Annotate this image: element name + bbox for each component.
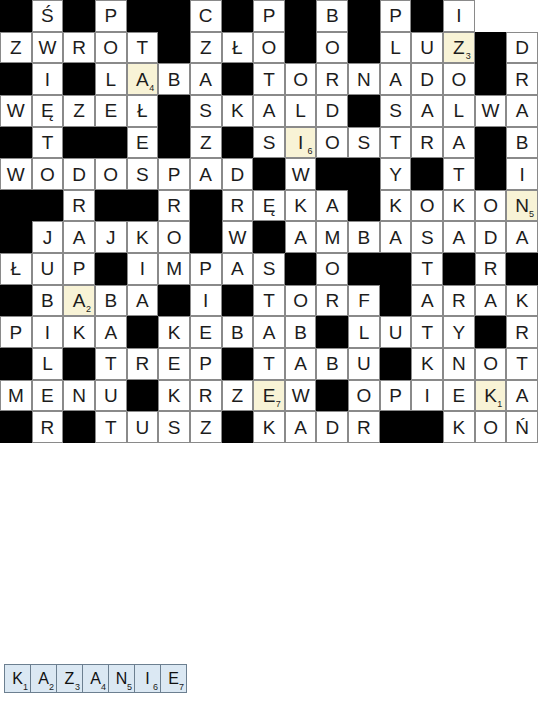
grid-cell[interactable]: R	[316, 285, 348, 317]
grid-cell[interactable]: K	[158, 316, 190, 348]
grid-cell[interactable]: R	[222, 190, 254, 222]
grid-cell[interactable]: T	[411, 253, 443, 285]
grid-cell[interactable]: R	[506, 316, 538, 348]
grid-cell[interactable]: A	[316, 190, 348, 222]
grid-cell[interactable]: Ń	[506, 411, 538, 443]
grid-cell[interactable]: W	[285, 158, 317, 190]
black-cell	[348, 190, 380, 222]
black-cell	[222, 127, 254, 159]
grid-cell[interactable]: Ł	[127, 95, 159, 127]
black-cell	[348, 158, 380, 190]
black-cell	[411, 0, 443, 32]
grid-cell[interactable]: E	[32, 380, 64, 412]
grid-cell[interactable]: M	[316, 221, 348, 253]
grid-cell[interactable]: K	[222, 95, 254, 127]
grid-cell[interactable]: P	[380, 380, 412, 412]
cell-number: 4	[149, 84, 154, 93]
grid-cell[interactable]: J	[32, 221, 64, 253]
grid-cell[interactable]: M	[0, 380, 32, 412]
grid-cell[interactable]: T	[253, 63, 285, 95]
black-cell	[222, 0, 254, 32]
black-cell	[253, 221, 285, 253]
grid-cell[interactable]: A	[443, 127, 475, 159]
grid-cell[interactable]: I	[32, 316, 64, 348]
grid-cell[interactable]: A	[506, 95, 538, 127]
grid-cell[interactable]: Ę	[253, 190, 285, 222]
grid-cell[interactable]: R	[348, 411, 380, 443]
grid-cell[interactable]: I	[443, 0, 475, 32]
grid-cell[interactable]: E	[95, 95, 127, 127]
grid-cell[interactable]: T	[443, 158, 475, 190]
black-cell	[380, 348, 412, 380]
grid-cell[interactable]: O	[285, 285, 317, 317]
grid-cell[interactable]: O	[95, 32, 127, 64]
black-cell	[0, 221, 32, 253]
black-cell	[506, 253, 538, 285]
grid-cell[interactable]: S	[127, 158, 159, 190]
grid-cell[interactable]: R	[158, 190, 190, 222]
grid-cell[interactable]: O	[411, 190, 443, 222]
grid-cell[interactable]: T	[95, 411, 127, 443]
grid-cell[interactable]: U	[348, 348, 380, 380]
grid-cell[interactable]: R	[63, 32, 95, 64]
grid-cell[interactable]: T	[127, 32, 159, 64]
grid-cell[interactable]: A	[222, 253, 254, 285]
black-cell	[0, 63, 32, 95]
grid-cell[interactable]: W	[32, 32, 64, 64]
black-cell	[158, 127, 190, 159]
grid-cell[interactable]: I	[411, 380, 443, 412]
grid-cell[interactable]: A	[253, 95, 285, 127]
grid-cell[interactable]: E	[127, 127, 159, 159]
grid-cell[interactable]: A	[127, 285, 159, 317]
grid-cell[interactable]: U	[127, 411, 159, 443]
solution-tile: I6	[134, 664, 161, 693]
grid-cell[interactable]: O	[443, 63, 475, 95]
grid-cell[interactable]: D	[411, 63, 443, 95]
black-cell	[475, 127, 507, 159]
grid-cell[interactable]: P	[380, 0, 412, 32]
black-cell	[348, 32, 380, 64]
black-cell	[158, 0, 190, 32]
grid-cell[interactable]: K	[380, 190, 412, 222]
black-cell	[127, 380, 159, 412]
grid-cell[interactable]: O	[316, 32, 348, 64]
grid-cell[interactable]: Z	[190, 127, 222, 159]
black-cell	[32, 190, 64, 222]
grid-cell[interactable]: B	[316, 348, 348, 380]
grid-cell[interactable]: A	[443, 221, 475, 253]
grid-cell[interactable]: L	[443, 95, 475, 127]
grid-cell[interactable]: O	[285, 63, 317, 95]
grid-cell[interactable]: A	[475, 285, 507, 317]
cell-number: 2	[86, 305, 91, 314]
grid-cell[interactable]: A	[190, 63, 222, 95]
crossword-grid: ŚPCPBPIZWROTZŁOOLUZ3DILA4BATORNADORWĘZEŁ…	[0, 0, 538, 443]
black-cell	[380, 285, 412, 317]
grid-cell[interactable]: R	[32, 411, 64, 443]
grid-cell[interactable]: P	[190, 348, 222, 380]
crossword-page: ŚPCPBPIZWROTZŁOOLUZ3DILA4BATORNADORWĘZEŁ…	[0, 0, 538, 702]
grid-cell[interactable]: B	[222, 316, 254, 348]
black-cell	[285, 32, 317, 64]
grid-cell[interactable]: F	[348, 285, 380, 317]
empty-cell	[506, 0, 538, 32]
grid-cell[interactable]: K	[253, 411, 285, 443]
solution-tile-number: 4	[101, 682, 106, 692]
black-cell	[285, 253, 317, 285]
grid-cell[interactable]: A	[380, 221, 412, 253]
grid-cell[interactable]: A	[253, 316, 285, 348]
black-cell	[443, 253, 475, 285]
grid-cell[interactable]: D	[316, 95, 348, 127]
grid-cell[interactable]: Z	[63, 95, 95, 127]
grid-cell[interactable]: A	[285, 221, 317, 253]
solution-tile-number: 5	[127, 682, 132, 692]
black-cell	[158, 285, 190, 317]
grid-cell[interactable]: P	[63, 253, 95, 285]
black-cell	[475, 63, 507, 95]
grid-cell[interactable]: S	[253, 127, 285, 159]
grid-cell[interactable]: O	[32, 158, 64, 190]
grid-cell[interactable]: W	[0, 158, 32, 190]
black-cell	[348, 0, 380, 32]
grid-cell[interactable]: Y	[443, 316, 475, 348]
solution-tile-number: 7	[179, 682, 184, 692]
grid-cell[interactable]: R	[506, 63, 538, 95]
grid-cell[interactable]: W	[222, 221, 254, 253]
grid-cell[interactable]: S	[253, 253, 285, 285]
black-cell	[127, 316, 159, 348]
black-cell	[316, 380, 348, 412]
grid-cell[interactable]: L	[348, 316, 380, 348]
grid-cell[interactable]: T	[380, 127, 412, 159]
grid-cell[interactable]: B	[95, 285, 127, 317]
grid-cell[interactable]: T	[253, 285, 285, 317]
numbered-cell[interactable]: A2	[63, 285, 95, 317]
black-cell	[63, 0, 95, 32]
grid-cell[interactable]: K	[443, 190, 475, 222]
black-cell	[285, 0, 317, 32]
grid-cell[interactable]: D	[222, 158, 254, 190]
grid-cell[interactable]: O	[316, 127, 348, 159]
numbered-cell[interactable]: Z3	[443, 32, 475, 64]
grid-cell[interactable]: T	[506, 348, 538, 380]
grid-cell[interactable]: T	[32, 127, 64, 159]
grid-cell[interactable]: N	[443, 348, 475, 380]
numbered-cell[interactable]: I6	[285, 127, 317, 159]
black-cell	[380, 253, 412, 285]
black-cell	[0, 411, 32, 443]
grid-cell[interactable]: B	[32, 285, 64, 317]
grid-cell[interactable]: O	[158, 221, 190, 253]
black-cell	[190, 190, 222, 222]
grid-cell[interactable]: R	[127, 348, 159, 380]
empty-cell	[475, 0, 507, 32]
numbered-cell[interactable]: N5	[506, 190, 538, 222]
grid-cell[interactable]: K	[127, 221, 159, 253]
grid-cell[interactable]: R	[411, 127, 443, 159]
black-cell	[316, 158, 348, 190]
black-cell	[222, 63, 254, 95]
grid-cell[interactable]: Ł	[0, 253, 32, 285]
grid-cell[interactable]: A	[380, 63, 412, 95]
grid-cell[interactable]: E	[443, 380, 475, 412]
grid-cell[interactable]: B	[348, 221, 380, 253]
grid-cell[interactable]: A	[411, 95, 443, 127]
black-cell	[63, 127, 95, 159]
grid-cell[interactable]: L	[380, 32, 412, 64]
grid-cell[interactable]: T	[253, 348, 285, 380]
grid-cell[interactable]: U	[95, 380, 127, 412]
black-cell	[0, 190, 32, 222]
grid-cell[interactable]: E	[158, 348, 190, 380]
black-cell	[222, 285, 254, 317]
black-cell	[380, 411, 412, 443]
solution-tile: E7	[160, 664, 187, 693]
black-cell	[316, 316, 348, 348]
cell-number: 7	[276, 400, 281, 409]
black-cell	[411, 158, 443, 190]
solution-tile: A2	[30, 664, 57, 693]
black-cell	[158, 32, 190, 64]
grid-cell[interactable]: K	[443, 411, 475, 443]
black-cell	[475, 316, 507, 348]
grid-cell[interactable]: S	[190, 95, 222, 127]
black-cell	[0, 127, 32, 159]
black-cell	[63, 63, 95, 95]
grid-cell[interactable]: Z	[190, 411, 222, 443]
grid-cell[interactable]: B	[158, 63, 190, 95]
grid-cell[interactable]: Ł	[222, 32, 254, 64]
grid-cell[interactable]: W	[475, 95, 507, 127]
black-cell	[0, 0, 32, 32]
grid-cell[interactable]: A	[411, 285, 443, 317]
grid-cell[interactable]: K	[411, 348, 443, 380]
solution-tile-number: 6	[153, 682, 158, 692]
grid-cell[interactable]: U	[411, 32, 443, 64]
grid-cell[interactable]: A	[63, 221, 95, 253]
grid-cell[interactable]: I	[127, 253, 159, 285]
black-cell	[222, 348, 254, 380]
grid-cell[interactable]: L	[32, 348, 64, 380]
grid-cell[interactable]: W	[0, 95, 32, 127]
black-cell	[95, 127, 127, 159]
cell-number: 6	[307, 147, 312, 156]
solution-tile-number: 1	[23, 682, 28, 692]
cell-number: 3	[466, 52, 471, 61]
grid-cell[interactable]: O	[95, 158, 127, 190]
black-cell	[95, 190, 127, 222]
grid-cell[interactable]: J	[95, 221, 127, 253]
grid-cell[interactable]: W	[285, 380, 317, 412]
grid-cell[interactable]: O	[475, 190, 507, 222]
grid-cell[interactable]: O	[475, 348, 507, 380]
grid-cell[interactable]: I	[190, 285, 222, 317]
grid-cell[interactable]: S	[380, 95, 412, 127]
grid-cell[interactable]: B	[316, 0, 348, 32]
grid-cell[interactable]: I	[32, 63, 64, 95]
black-cell	[190, 221, 222, 253]
grid-cell[interactable]: Ę	[32, 95, 64, 127]
grid-cell[interactable]: N	[348, 63, 380, 95]
grid-cell[interactable]: A	[285, 411, 317, 443]
cell-number: 1	[497, 400, 502, 409]
grid-cell[interactable]: O	[348, 380, 380, 412]
black-cell	[253, 158, 285, 190]
grid-cell[interactable]: D	[63, 158, 95, 190]
grid-cell[interactable]: R	[63, 190, 95, 222]
black-cell	[475, 158, 507, 190]
numbered-cell[interactable]: E7	[253, 380, 285, 412]
grid-cell[interactable]: O	[475, 411, 507, 443]
grid-cell[interactable]: D	[506, 32, 538, 64]
grid-cell[interactable]: R	[190, 380, 222, 412]
grid-cell[interactable]: Z	[0, 32, 32, 64]
grid-cell[interactable]: K	[158, 380, 190, 412]
grid-cell[interactable]: A	[190, 158, 222, 190]
grid-cell[interactable]: T	[95, 348, 127, 380]
grid-cell[interactable]: D	[475, 221, 507, 253]
black-cell	[63, 411, 95, 443]
numbered-cell[interactable]: K1	[475, 380, 507, 412]
grid-cell[interactable]: U	[32, 253, 64, 285]
grid-cell[interactable]: S	[411, 221, 443, 253]
grid-cell[interactable]: M	[158, 253, 190, 285]
black-cell	[127, 190, 159, 222]
black-cell	[222, 411, 254, 443]
grid-cell[interactable]: B	[506, 127, 538, 159]
numbered-cell[interactable]: A4	[127, 63, 159, 95]
black-cell	[158, 95, 190, 127]
black-cell	[475, 32, 507, 64]
cell-number: 5	[529, 210, 534, 219]
black-cell	[348, 95, 380, 127]
grid-cell[interactable]: Z	[190, 32, 222, 64]
grid-cell[interactable]: Ś	[32, 0, 64, 32]
grid-cell[interactable]: E	[190, 316, 222, 348]
grid-cell[interactable]: K	[63, 316, 95, 348]
solution-tile-number: 2	[49, 682, 54, 692]
grid-cell[interactable]: A	[95, 316, 127, 348]
grid-cell[interactable]: P	[158, 158, 190, 190]
grid-cell[interactable]: P	[253, 0, 285, 32]
black-cell	[411, 411, 443, 443]
black-cell	[0, 285, 32, 317]
grid-cell[interactable]: B	[285, 316, 317, 348]
grid-cell[interactable]: Y	[380, 158, 412, 190]
grid-cell[interactable]: S	[158, 411, 190, 443]
black-cell	[348, 253, 380, 285]
grid-cell[interactable]: K	[506, 285, 538, 317]
black-cell	[63, 348, 95, 380]
grid-cell[interactable]: D	[316, 411, 348, 443]
grid-cell[interactable]: T	[411, 316, 443, 348]
grid-cell[interactable]: A	[285, 348, 317, 380]
grid-cell[interactable]: K	[285, 190, 317, 222]
solution-tile: Z3	[56, 664, 83, 693]
grid-cell[interactable]: O	[316, 253, 348, 285]
grid-cell[interactable]: P	[0, 316, 32, 348]
solution-word: K1A2Z3A4N5I6E7	[4, 664, 187, 693]
grid-cell[interactable]: A	[506, 380, 538, 412]
grid-cell[interactable]: N	[63, 380, 95, 412]
grid-cell[interactable]: P	[95, 0, 127, 32]
black-cell	[127, 0, 159, 32]
grid-cell[interactable]: U	[380, 316, 412, 348]
grid-cell[interactable]: I	[506, 158, 538, 190]
grid-cell[interactable]: Z	[222, 380, 254, 412]
grid-cell[interactable]: O	[253, 32, 285, 64]
black-cell	[0, 348, 32, 380]
grid-cell[interactable]: P	[190, 253, 222, 285]
grid-cell[interactable]: R	[443, 285, 475, 317]
grid-cell[interactable]: A	[506, 221, 538, 253]
solution-tile: N5	[108, 664, 135, 693]
grid-cell[interactable]: L	[95, 63, 127, 95]
solution-tile: A4	[82, 664, 109, 693]
black-cell	[95, 253, 127, 285]
grid-cell[interactable]: L	[285, 95, 317, 127]
solution-tile: K1	[4, 664, 31, 693]
grid-cell[interactable]: C	[190, 0, 222, 32]
grid-cell[interactable]: R	[316, 63, 348, 95]
grid-cell[interactable]: S	[348, 127, 380, 159]
grid-cell[interactable]: R	[475, 253, 507, 285]
solution-tile-number: 3	[75, 682, 80, 692]
